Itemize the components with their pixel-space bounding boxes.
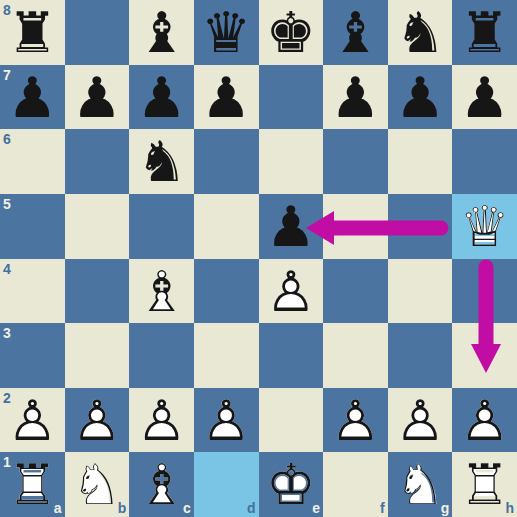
file-label-d: d — [247, 501, 256, 515]
square-b6[interactable] — [65, 129, 130, 194]
chess-board-wrap: 8♜♝♛♚♝♞♜7♟♟♟♟♟♟♟6♞5♟♛♕4♝♗♟♙32♟♙♟♙♟♙♟♙♟♙♟… — [0, 0, 517, 517]
square-b3[interactable] — [65, 323, 130, 388]
square-h8[interactable]: ♜ — [452, 0, 517, 65]
square-a2[interactable]: 2♟♙ — [0, 388, 65, 453]
square-a3[interactable]: 3 — [0, 323, 65, 388]
piece-white-pawn[interactable]: ♟♙ — [452, 388, 517, 453]
piece-black-knight[interactable]: ♞ — [129, 129, 194, 194]
square-d6[interactable] — [194, 129, 259, 194]
chess-board: 8♜♝♛♚♝♞♜7♟♟♟♟♟♟♟6♞5♟♛♕4♝♗♟♙32♟♙♟♙♟♙♟♙♟♙♟… — [0, 0, 517, 517]
piece-white-knight[interactable]: ♞♘ — [65, 452, 130, 517]
square-e2[interactable] — [259, 388, 324, 453]
rank-label-6: 6 — [3, 132, 11, 146]
square-a1[interactable]: 1a♜♖ — [0, 452, 65, 517]
square-b2[interactable]: ♟♙ — [65, 388, 130, 453]
piece-black-bishop[interactable]: ♝ — [129, 0, 194, 65]
square-a5[interactable]: 5 — [0, 194, 65, 259]
square-c6[interactable]: ♞ — [129, 129, 194, 194]
rank-label-4: 4 — [3, 262, 11, 276]
square-h2[interactable]: ♟♙ — [452, 388, 517, 453]
square-f2[interactable]: ♟♙ — [323, 388, 388, 453]
square-a8[interactable]: 8♜ — [0, 0, 65, 65]
square-h4[interactable] — [452, 259, 517, 324]
piece-white-pawn[interactable]: ♟♙ — [388, 388, 453, 453]
piece-black-queen[interactable]: ♛ — [194, 0, 259, 65]
square-d2[interactable]: ♟♙ — [194, 388, 259, 453]
square-a7[interactable]: 7♟ — [0, 65, 65, 130]
square-b7[interactable]: ♟ — [65, 65, 130, 130]
square-g8[interactable]: ♞ — [388, 0, 453, 65]
square-c5[interactable] — [129, 194, 194, 259]
square-b1[interactable]: b♞♘ — [65, 452, 130, 517]
file-label-f: f — [380, 501, 385, 515]
square-d4[interactable] — [194, 259, 259, 324]
square-g4[interactable] — [388, 259, 453, 324]
square-f4[interactable] — [323, 259, 388, 324]
piece-black-pawn[interactable]: ♟ — [129, 65, 194, 130]
square-h7[interactable]: ♟ — [452, 65, 517, 130]
piece-white-queen[interactable]: ♛♕ — [452, 194, 517, 259]
square-f1[interactable]: f — [323, 452, 388, 517]
square-f5[interactable] — [323, 194, 388, 259]
square-d5[interactable] — [194, 194, 259, 259]
square-f3[interactable] — [323, 323, 388, 388]
square-e8[interactable]: ♚ — [259, 0, 324, 65]
square-h5[interactable]: ♛♕ — [452, 194, 517, 259]
piece-white-pawn[interactable]: ♟♙ — [259, 259, 324, 324]
piece-black-pawn[interactable]: ♟ — [194, 65, 259, 130]
square-g1[interactable]: g♞♘ — [388, 452, 453, 517]
square-h6[interactable] — [452, 129, 517, 194]
square-e6[interactable] — [259, 129, 324, 194]
square-g3[interactable] — [388, 323, 453, 388]
square-c7[interactable]: ♟ — [129, 65, 194, 130]
square-c2[interactable]: ♟♙ — [129, 388, 194, 453]
piece-black-pawn[interactable]: ♟ — [0, 65, 65, 130]
square-c3[interactable] — [129, 323, 194, 388]
square-e4[interactable]: ♟♙ — [259, 259, 324, 324]
square-c8[interactable]: ♝ — [129, 0, 194, 65]
square-f6[interactable] — [323, 129, 388, 194]
square-d3[interactable] — [194, 323, 259, 388]
piece-white-knight[interactable]: ♞♘ — [388, 452, 453, 517]
piece-white-rook[interactable]: ♜♖ — [452, 452, 517, 517]
piece-black-pawn[interactable]: ♟ — [388, 65, 453, 130]
square-a6[interactable]: 6 — [0, 129, 65, 194]
piece-black-pawn[interactable]: ♟ — [259, 194, 324, 259]
square-c1[interactable]: c♝♗ — [129, 452, 194, 517]
square-a4[interactable]: 4 — [0, 259, 65, 324]
rank-label-5: 5 — [3, 197, 11, 211]
rank-label-3: 3 — [3, 326, 11, 340]
piece-white-pawn[interactable]: ♟♙ — [194, 388, 259, 453]
piece-white-bishop[interactable]: ♝♗ — [129, 259, 194, 324]
square-b4[interactable] — [65, 259, 130, 324]
piece-white-king[interactable]: ♚♔ — [259, 452, 324, 517]
piece-white-pawn[interactable]: ♟♙ — [65, 388, 130, 453]
square-c4[interactable]: ♝♗ — [129, 259, 194, 324]
piece-black-pawn[interactable]: ♟ — [65, 65, 130, 130]
piece-black-rook[interactable]: ♜ — [0, 0, 65, 65]
piece-white-pawn[interactable]: ♟♙ — [323, 388, 388, 453]
piece-black-pawn[interactable]: ♟ — [452, 65, 517, 130]
square-d7[interactable]: ♟ — [194, 65, 259, 130]
square-g2[interactable]: ♟♙ — [388, 388, 453, 453]
square-e1[interactable]: e♚♔ — [259, 452, 324, 517]
square-f7[interactable]: ♟ — [323, 65, 388, 130]
piece-black-rook[interactable]: ♜ — [452, 0, 517, 65]
piece-black-knight[interactable]: ♞ — [388, 0, 453, 65]
square-e7[interactable] — [259, 65, 324, 130]
square-b8[interactable] — [65, 0, 130, 65]
piece-white-rook[interactable]: ♜♖ — [0, 452, 65, 517]
square-f8[interactable]: ♝ — [323, 0, 388, 65]
square-g7[interactable]: ♟ — [388, 65, 453, 130]
piece-black-pawn[interactable]: ♟ — [323, 65, 388, 130]
square-h1[interactable]: h♜♖ — [452, 452, 517, 517]
square-e3[interactable] — [259, 323, 324, 388]
square-e5[interactable]: ♟ — [259, 194, 324, 259]
square-g5[interactable] — [388, 194, 453, 259]
square-d8[interactable]: ♛ — [194, 0, 259, 65]
piece-white-pawn[interactable]: ♟♙ — [129, 388, 194, 453]
square-b5[interactable] — [65, 194, 130, 259]
piece-black-king[interactable]: ♚ — [259, 0, 324, 65]
piece-white-pawn[interactable]: ♟♙ — [0, 388, 65, 453]
square-h3[interactable] — [452, 323, 517, 388]
square-d1[interactable]: d — [194, 452, 259, 517]
square-g6[interactable] — [388, 129, 453, 194]
piece-black-bishop[interactable]: ♝ — [323, 0, 388, 65]
piece-white-bishop[interactable]: ♝♗ — [129, 452, 194, 517]
